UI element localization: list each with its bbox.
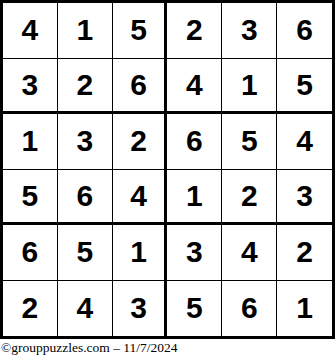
cell-r4c3: 4: [113, 170, 168, 226]
cell-r3c3: 2: [113, 114, 168, 170]
cell-r6c1: 2: [3, 281, 58, 337]
cell-r5c5: 4: [222, 225, 277, 281]
cell-r5c4: 3: [167, 225, 222, 281]
cell-r3c5: 5: [222, 114, 277, 170]
cell-r1c2: 1: [58, 3, 113, 59]
cell-r2c5: 1: [222, 59, 277, 115]
cell-r6c4: 5: [167, 281, 222, 337]
cell-r5c6: 2: [277, 225, 332, 281]
cell-r3c4: 6: [167, 114, 222, 170]
cell-r4c6: 3: [277, 170, 332, 226]
cell-r5c1: 6: [3, 225, 58, 281]
cell-r1c3: 5: [113, 3, 168, 59]
cell-r1c4: 2: [167, 3, 222, 59]
cell-r1c5: 3: [222, 3, 277, 59]
cell-r2c4: 4: [167, 59, 222, 115]
cell-r4c2: 6: [58, 170, 113, 226]
cell-r2c1: 3: [3, 59, 58, 115]
cell-r6c2: 4: [58, 281, 113, 337]
cell-r2c6: 5: [277, 59, 332, 115]
cell-r6c5: 6: [222, 281, 277, 337]
cell-r2c3: 6: [113, 59, 168, 115]
cell-r3c2: 3: [58, 114, 113, 170]
cell-r1c1: 4: [3, 3, 58, 59]
cell-r4c1: 5: [3, 170, 58, 226]
cell-r2c2: 2: [58, 59, 113, 115]
sudoku-board: 415236326415132654564123651342243561: [0, 0, 335, 339]
cell-r3c1: 1: [3, 114, 58, 170]
cell-r6c6: 1: [277, 281, 332, 337]
cell-r4c4: 1: [167, 170, 222, 226]
cell-r6c3: 3: [113, 281, 168, 337]
cell-r5c3: 1: [113, 225, 168, 281]
cell-r4c5: 2: [222, 170, 277, 226]
copyright-credit: ©grouppuzzles.com – 11/7/2024: [1, 340, 178, 356]
cell-r3c6: 4: [277, 114, 332, 170]
cell-r1c6: 6: [277, 3, 332, 59]
cell-r5c2: 5: [58, 225, 113, 281]
